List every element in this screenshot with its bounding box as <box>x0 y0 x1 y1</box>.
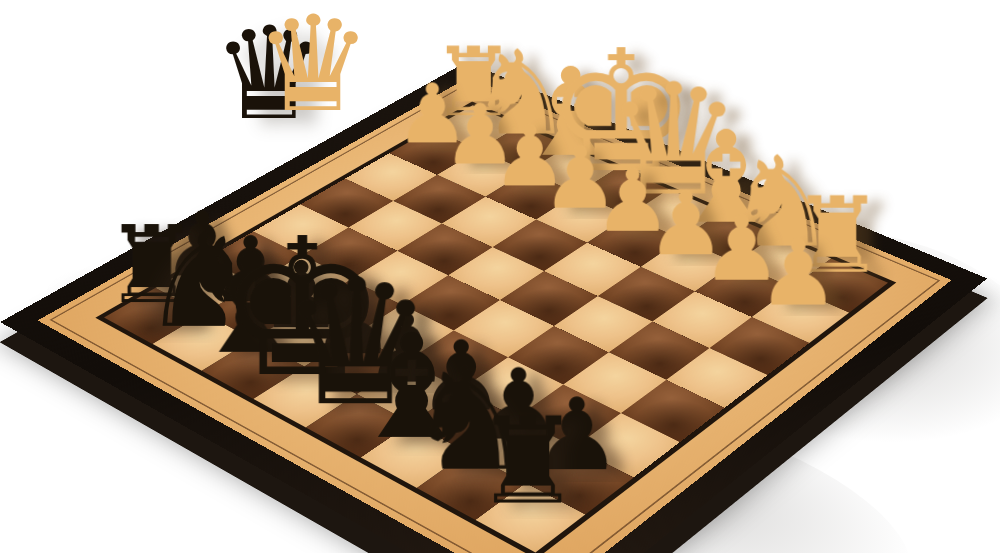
piece-black-rook[interactable]: ♜ <box>474 405 581 519</box>
square-b3[interactable] <box>653 291 752 347</box>
chess-set-photo: ♛ ♛ ♜♞♝♚♛♝♞♜♟♟♟♟♟♟♟♟♟♟♟♟♟♟♟♟♜♞♝♚♛♝♞♜ <box>0 0 1000 553</box>
chessboard: ♜♞♝♚♛♝♞♜♟♟♟♟♟♟♟♟♟♟♟♟♟♟♟♟♜♞♝♚♛♝♞♜ <box>0 62 987 553</box>
board-squares: ♜♞♝♚♛♝♞♜♟♟♟♟♟♟♟♟♟♟♟♟♟♟♟♟♜♞♝♚♛♝♞♜ <box>104 105 888 552</box>
pawn-icon: ♟ <box>758 230 839 316</box>
square-a8[interactable]: ♜ <box>475 483 585 553</box>
board-black-frame: ♜♞♝♚♛♝♞♜♟♟♟♟♟♟♟♟♟♟♟♟♟♟♟♟♜♞♝♚♛♝♞♜ <box>0 62 987 553</box>
square-a2[interactable]: ♟ <box>751 287 849 343</box>
board-inner-border: ♜♞♝♚♛♝♞♜♟♟♟♟♟♟♟♟♟♟♟♟♟♟♟♟♜♞♝♚♛♝♞♜ <box>95 102 896 553</box>
rook-icon: ♜ <box>474 405 581 519</box>
scene: ♜♞♝♚♛♝♞♜♟♟♟♟♟♟♟♟♟♟♟♟♟♟♟♟♜♞♝♚♛♝♞♜ <box>150 0 850 553</box>
piece-white-pawn[interactable]: ♟ <box>758 230 839 316</box>
board-maple-border: ♜♞♝♚♛♝♞♜♟♟♟♟♟♟♟♟♟♟♟♟♟♟♟♟♜♞♝♚♛♝♞♜ <box>38 77 952 553</box>
